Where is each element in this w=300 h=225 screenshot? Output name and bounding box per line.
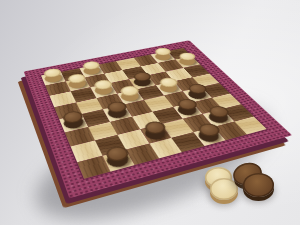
off-board-checker-dark-front[interactable] bbox=[243, 173, 274, 197]
square-r6c3[interactable] bbox=[110, 117, 140, 135]
checker-light[interactable] bbox=[67, 78, 88, 90]
checker-dark[interactable] bbox=[195, 128, 223, 144]
checker-light[interactable] bbox=[177, 57, 198, 67]
checker-dark[interactable] bbox=[104, 151, 132, 170]
checker-top-face bbox=[243, 173, 274, 197]
photo-scene bbox=[0, 0, 300, 225]
